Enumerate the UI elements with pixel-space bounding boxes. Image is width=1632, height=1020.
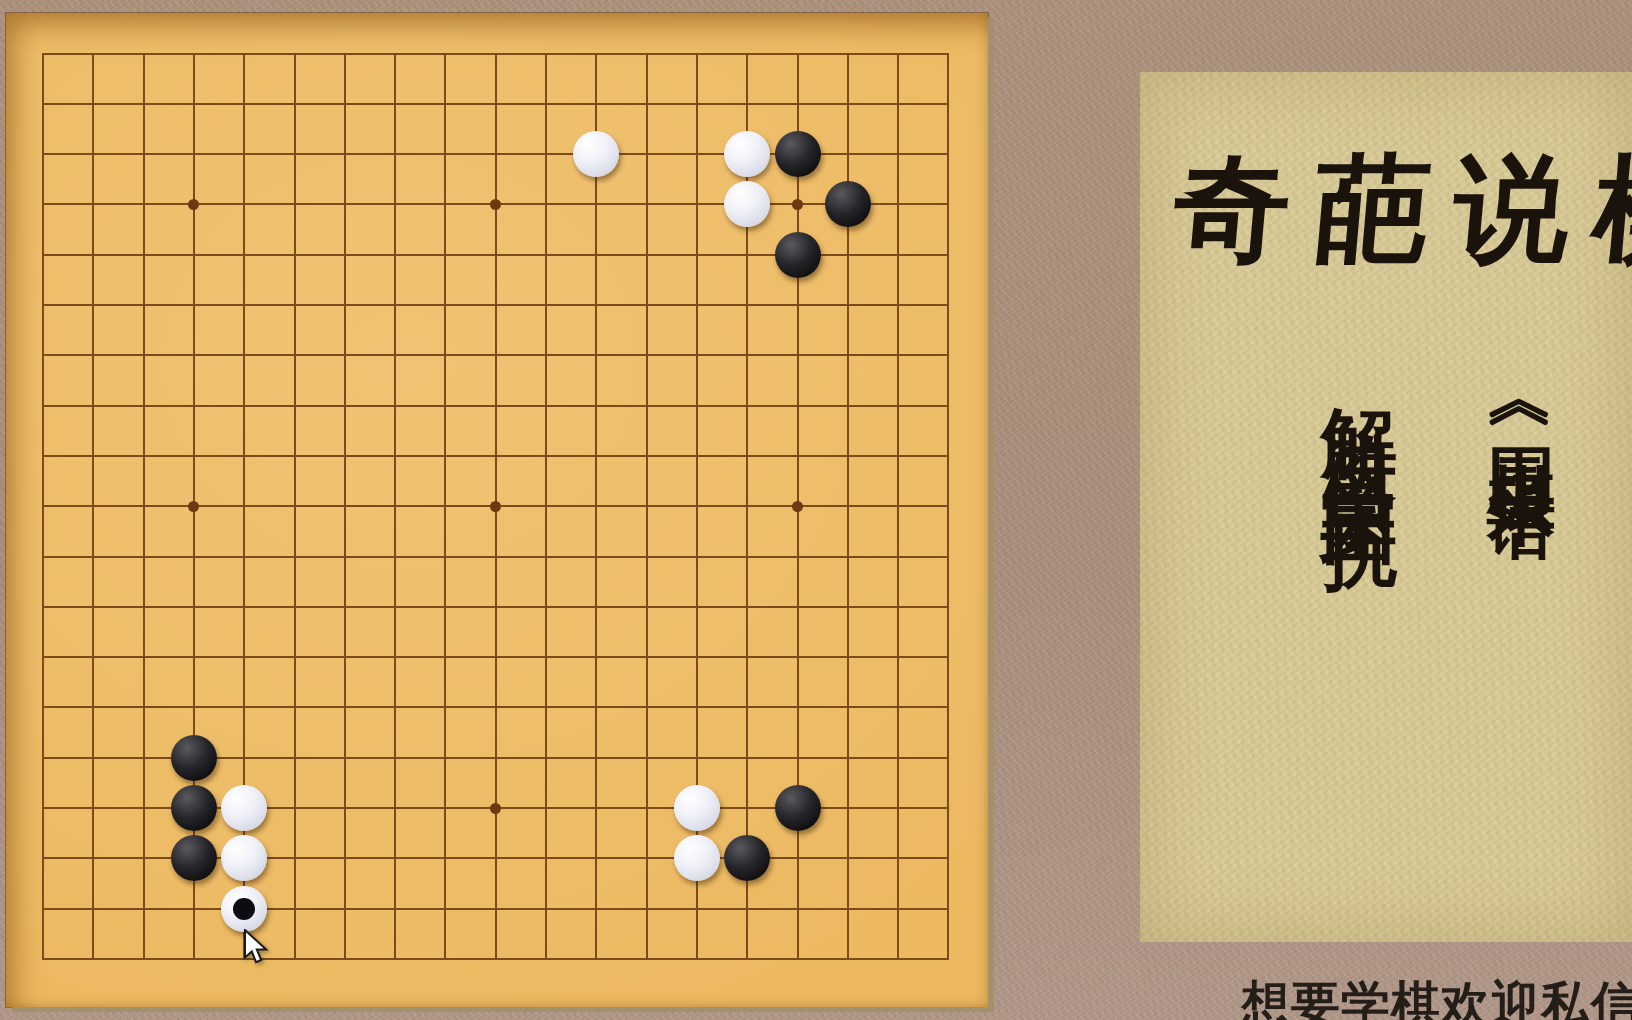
- black-stone: [171, 785, 217, 831]
- grid-line-vertical: [595, 53, 597, 960]
- star-point: [490, 501, 501, 512]
- grid-line-horizontal: [42, 706, 949, 708]
- star-point: [490, 803, 501, 814]
- grid-line-horizontal: [42, 958, 949, 960]
- grid-line-horizontal: [42, 556, 949, 558]
- white-stone: [674, 835, 720, 881]
- panel-column-right: 《围棋术语》: [1486, 379, 1558, 469]
- black-stone: [171, 735, 217, 781]
- mouse-cursor-icon: [243, 929, 271, 967]
- screenshot-canvas: 奇葩说棋 解决自学困扰 《围棋术语》 想要学棋欢迎私信: [0, 0, 1632, 1020]
- grid-line-vertical: [947, 53, 949, 960]
- grid-line-vertical: [646, 53, 648, 960]
- black-stone: [775, 232, 821, 278]
- grid-line-horizontal: [42, 656, 949, 658]
- black-stone: [171, 835, 217, 881]
- panel-column-left: 解决自学困扰: [1320, 347, 1400, 479]
- star-point: [792, 501, 803, 512]
- star-point: [792, 199, 803, 210]
- black-stone: [825, 181, 871, 227]
- grid-line-horizontal: [42, 908, 949, 910]
- footer-contact-text: 想要学棋欢迎私信: [1241, 972, 1632, 1020]
- grid-line-vertical: [545, 53, 547, 960]
- white-stone: [221, 785, 267, 831]
- grid-line-horizontal: [42, 606, 949, 608]
- last-move-marker: [233, 898, 255, 920]
- black-stone: [775, 131, 821, 177]
- white-stone-last-move: [221, 886, 267, 932]
- star-point: [490, 199, 501, 210]
- white-stone: [674, 785, 720, 831]
- panel-title: 奇葩说棋: [1169, 150, 1632, 270]
- grid-line-vertical: [897, 53, 899, 960]
- black-stone: [775, 785, 821, 831]
- white-stone: [724, 131, 770, 177]
